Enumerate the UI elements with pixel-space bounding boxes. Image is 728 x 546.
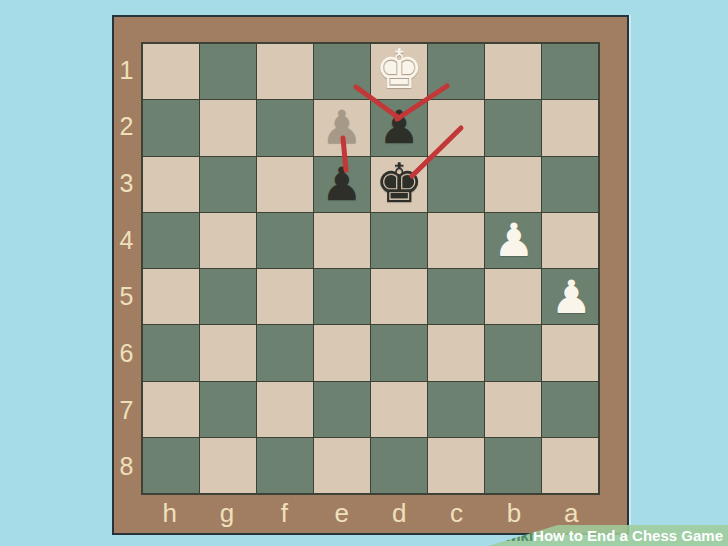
square-e2 [314,100,370,155]
square-b1 [485,44,541,99]
square-a6 [542,325,598,380]
file-label-d: d [371,494,428,533]
square-h5 [143,269,199,324]
square-h7 [143,382,199,437]
square-d7 [371,382,427,437]
square-c2 [428,100,484,155]
square-c5 [428,269,484,324]
square-d2 [371,100,427,155]
file-label-f: f [256,494,313,533]
square-f1 [257,44,313,99]
watermark-title: to End a Chess Game [569,527,723,544]
square-b6 [485,325,541,380]
square-h1 [143,44,199,99]
file-label-h: h [141,494,198,533]
rank-label-2: 2 [112,99,141,156]
square-e1 [314,44,370,99]
square-h4 [143,213,199,268]
square-a2 [542,100,598,155]
square-a4 [542,213,598,268]
square-d4 [371,213,427,268]
file-label-b: b [485,494,542,533]
square-b2 [485,100,541,155]
square-b7 [485,382,541,437]
square-e6 [314,325,370,380]
square-a7 [542,382,598,437]
file-labels: hgfedcba [141,494,600,533]
square-f7 [257,382,313,437]
square-c6 [428,325,484,380]
square-h6 [143,325,199,380]
square-b8 [485,438,541,493]
square-e8 [314,438,370,493]
square-h8 [143,438,199,493]
rank-label-3: 3 [112,155,141,212]
square-h2 [143,100,199,155]
square-c7 [428,382,484,437]
square-d8 [371,438,427,493]
square-g3 [200,157,256,212]
square-f2 [257,100,313,155]
square-d3 [371,157,427,212]
square-b4 [485,213,541,268]
square-f3 [257,157,313,212]
square-d5 [371,269,427,324]
square-h3 [143,157,199,212]
square-g1 [200,44,256,99]
square-e4 [314,213,370,268]
square-a1 [542,44,598,99]
square-f6 [257,325,313,380]
square-a3 [542,157,598,212]
square-g5 [200,269,256,324]
rank-label-4: 4 [112,212,141,269]
square-e5 [314,269,370,324]
rank-label-6: 6 [112,325,141,382]
rank-label-5: 5 [112,269,141,326]
rank-labels: 12345678 [112,42,141,495]
square-c3 [428,157,484,212]
square-g2 [200,100,256,155]
square-c8 [428,438,484,493]
file-label-c: c [428,494,485,533]
square-g8 [200,438,256,493]
file-label-g: g [198,494,255,533]
rank-label-8: 8 [112,438,141,495]
square-e3 [314,157,370,212]
rank-label-7: 7 [112,382,141,439]
square-c4 [428,213,484,268]
square-a5 [542,269,598,324]
square-b3 [485,157,541,212]
file-label-e: e [313,494,370,533]
square-f4 [257,213,313,268]
square-e7 [314,382,370,437]
square-d6 [371,325,427,380]
square-c1 [428,44,484,99]
square-g7 [200,382,256,437]
board [141,42,600,495]
square-g4 [200,213,256,268]
chess-diagram: ♚♟♟♟♚♟♟ 12345678 hgfedcba wikiHowto End … [0,0,728,546]
square-a8 [542,438,598,493]
square-f8 [257,438,313,493]
square-f5 [257,269,313,324]
rank-label-1: 1 [112,42,141,99]
square-d1 [371,44,427,99]
square-g6 [200,325,256,380]
square-b5 [485,269,541,324]
